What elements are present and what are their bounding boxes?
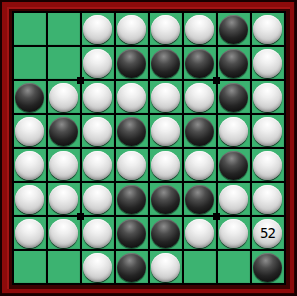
disc-black <box>117 219 146 248</box>
last-move-number: 52 <box>260 225 275 241</box>
cell-a5[interactable] <box>14 149 46 181</box>
disc-white <box>219 219 248 248</box>
disc-white <box>117 83 146 112</box>
board-frame: 52 <box>0 0 297 296</box>
cell-b8[interactable] <box>48 251 80 283</box>
disc-white <box>151 253 180 282</box>
cell-g5[interactable] <box>218 149 250 181</box>
cell-b7[interactable] <box>48 217 80 249</box>
cell-b6[interactable] <box>48 183 80 215</box>
disc-white <box>83 49 112 78</box>
cell-b1[interactable] <box>48 13 80 45</box>
cell-e1[interactable] <box>150 13 182 45</box>
cell-h6[interactable] <box>252 183 284 215</box>
cell-c7[interactable] <box>82 217 114 249</box>
cell-f5[interactable] <box>184 149 216 181</box>
disc-white <box>15 151 44 180</box>
cell-a3[interactable] <box>14 81 46 113</box>
disc-white <box>185 15 214 44</box>
cell-f8[interactable] <box>184 251 216 283</box>
cell-g1[interactable] <box>218 13 250 45</box>
cell-d3[interactable] <box>116 81 148 113</box>
star-point <box>77 77 84 84</box>
cell-f7[interactable] <box>184 217 216 249</box>
cell-c1[interactable] <box>82 13 114 45</box>
cell-e8[interactable] <box>150 251 182 283</box>
cell-e6[interactable] <box>150 183 182 215</box>
disc-white <box>185 83 214 112</box>
disc-black <box>151 185 180 214</box>
cell-c6[interactable] <box>82 183 114 215</box>
cell-h1[interactable] <box>252 13 284 45</box>
cell-f6[interactable] <box>184 183 216 215</box>
cell-c5[interactable] <box>82 149 114 181</box>
cell-h3[interactable] <box>252 81 284 113</box>
cell-a6[interactable] <box>14 183 46 215</box>
cell-e2[interactable] <box>150 47 182 79</box>
disc-black <box>151 219 180 248</box>
disc-white <box>253 185 282 214</box>
cell-d6[interactable] <box>116 183 148 215</box>
cell-h7[interactable]: 52 <box>252 217 284 249</box>
cell-h2[interactable] <box>252 47 284 79</box>
disc-white <box>185 151 214 180</box>
disc-white <box>83 15 112 44</box>
disc-white: 52 <box>253 219 282 248</box>
disc-white <box>15 219 44 248</box>
disc-black <box>185 185 214 214</box>
cell-e5[interactable] <box>150 149 182 181</box>
cell-e3[interactable] <box>150 81 182 113</box>
cell-a2[interactable] <box>14 47 46 79</box>
othello-board: 52 <box>12 11 286 285</box>
disc-white <box>219 117 248 146</box>
cell-h8[interactable] <box>252 251 284 283</box>
disc-white <box>83 83 112 112</box>
cell-a8[interactable] <box>14 251 46 283</box>
cell-d4[interactable] <box>116 115 148 147</box>
disc-black <box>117 253 146 282</box>
cell-c4[interactable] <box>82 115 114 147</box>
disc-black <box>219 83 248 112</box>
disc-white <box>15 117 44 146</box>
star-point <box>213 213 220 220</box>
disc-black <box>151 49 180 78</box>
cell-d5[interactable] <box>116 149 148 181</box>
disc-black <box>253 253 282 282</box>
disc-black <box>219 151 248 180</box>
cell-d1[interactable] <box>116 13 148 45</box>
disc-white <box>151 15 180 44</box>
disc-white <box>185 219 214 248</box>
disc-white <box>83 151 112 180</box>
disc-black <box>117 117 146 146</box>
disc-white <box>83 185 112 214</box>
cell-g4[interactable] <box>218 115 250 147</box>
cell-e7[interactable] <box>150 217 182 249</box>
disc-white <box>253 151 282 180</box>
disc-white <box>219 185 248 214</box>
cell-d8[interactable] <box>116 251 148 283</box>
disc-white <box>49 185 78 214</box>
disc-black <box>15 83 44 112</box>
disc-white <box>151 117 180 146</box>
disc-white <box>15 185 44 214</box>
cell-f3[interactable] <box>184 81 216 113</box>
cell-b5[interactable] <box>48 149 80 181</box>
cell-f4[interactable] <box>184 115 216 147</box>
disc-white <box>83 253 112 282</box>
cell-g6[interactable] <box>218 183 250 215</box>
cell-g7[interactable] <box>218 217 250 249</box>
cell-d7[interactable] <box>116 217 148 249</box>
cell-g2[interactable] <box>218 47 250 79</box>
cell-g3[interactable] <box>218 81 250 113</box>
cell-h5[interactable] <box>252 149 284 181</box>
cell-a1[interactable] <box>14 13 46 45</box>
disc-black <box>185 117 214 146</box>
disc-white <box>151 83 180 112</box>
cell-a4[interactable] <box>14 115 46 147</box>
cell-f2[interactable] <box>184 47 216 79</box>
cell-b3[interactable] <box>48 81 80 113</box>
disc-black <box>185 49 214 78</box>
disc-black <box>117 49 146 78</box>
disc-black <box>49 117 78 146</box>
disc-white <box>253 15 282 44</box>
cell-g8[interactable] <box>218 251 250 283</box>
cell-f1[interactable] <box>184 13 216 45</box>
cell-d2[interactable] <box>116 47 148 79</box>
disc-white <box>253 117 282 146</box>
star-point <box>77 213 84 220</box>
cell-h4[interactable] <box>252 115 284 147</box>
disc-white <box>49 151 78 180</box>
disc-black <box>219 15 248 44</box>
disc-white <box>253 83 282 112</box>
disc-white <box>49 83 78 112</box>
disc-black <box>219 49 248 78</box>
disc-white <box>117 15 146 44</box>
disc-white <box>151 151 180 180</box>
cell-e4[interactable] <box>150 115 182 147</box>
disc-white <box>83 219 112 248</box>
cell-b2[interactable] <box>48 47 80 79</box>
cell-c2[interactable] <box>82 47 114 79</box>
disc-white <box>253 49 282 78</box>
disc-white <box>49 219 78 248</box>
disc-black <box>117 185 146 214</box>
disc-white <box>83 117 112 146</box>
disc-white <box>117 151 146 180</box>
cell-c3[interactable] <box>82 81 114 113</box>
cell-b4[interactable] <box>48 115 80 147</box>
cell-c8[interactable] <box>82 251 114 283</box>
cell-a7[interactable] <box>14 217 46 249</box>
star-point <box>213 77 220 84</box>
